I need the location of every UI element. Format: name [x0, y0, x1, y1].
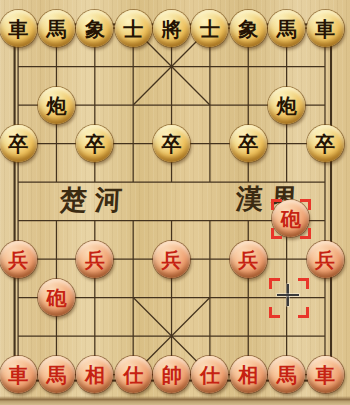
piece-red-soldier[interactable]: 兵 [230, 241, 267, 278]
marker-corner [269, 278, 280, 289]
piece-black-soldier[interactable]: 卒 [153, 125, 190, 162]
piece-glyph: 兵 [238, 249, 258, 270]
piece-glyph: 炮 [47, 95, 67, 116]
piece-red-horse[interactable]: 馬 [268, 356, 305, 393]
piece-glyph: 馬 [47, 364, 67, 385]
piece-glyph: 士 [200, 18, 220, 39]
piece-black-advisor[interactable]: 士 [191, 10, 228, 47]
piece-black-soldier[interactable]: 卒 [76, 125, 113, 162]
piece-black-chariot[interactable]: 車 [307, 10, 344, 47]
piece-black-elephant[interactable]: 象 [76, 10, 113, 47]
piece-black-soldier[interactable]: 卒 [307, 125, 344, 162]
board: 車馬象士將士象馬車炮炮卒卒卒卒卒砲兵兵兵兵兵砲車馬相仕帥仕相馬車 [0, 9, 344, 394]
piece-glyph: 士 [123, 18, 143, 39]
piece-black-advisor[interactable]: 士 [115, 10, 152, 47]
piece-red-soldier[interactable]: 兵 [307, 241, 344, 278]
piece-glyph: 卒 [162, 133, 182, 154]
piece-glyph: 車 [315, 18, 335, 39]
piece-black-elephant[interactable]: 象 [230, 10, 267, 47]
move-origin-marker [269, 278, 309, 318]
piece-red-cannon[interactable]: 砲 [272, 200, 309, 237]
piece-glyph: 象 [238, 18, 258, 39]
piece-black-cannon[interactable]: 炮 [38, 87, 75, 124]
piece-black-horse[interactable]: 馬 [38, 10, 75, 47]
piece-glyph: 馬 [277, 364, 297, 385]
xiangqi-board-screen: 楚河 漢界 車馬象士將士象馬車炮炮卒卒卒卒卒砲兵兵兵兵兵砲車馬相仕帥仕相馬車 [0, 0, 350, 405]
marker-corner [269, 307, 280, 318]
piece-glyph: 卒 [8, 133, 28, 154]
piece-black-cannon[interactable]: 炮 [268, 87, 305, 124]
piece-red-chariot[interactable]: 車 [0, 356, 37, 393]
piece-glyph: 卒 [85, 133, 105, 154]
piece-black-chariot[interactable]: 車 [0, 10, 37, 47]
piece-glyph: 相 [85, 364, 105, 385]
piece-glyph: 象 [85, 18, 105, 39]
piece-black-soldier[interactable]: 卒 [0, 125, 37, 162]
piece-red-chariot[interactable]: 車 [307, 356, 344, 393]
piece-glyph: 車 [8, 18, 28, 39]
piece-red-advisor[interactable]: 仕 [115, 356, 152, 393]
marker-corner [298, 307, 309, 318]
marker-corner [298, 278, 309, 289]
piece-glyph: 帥 [162, 364, 182, 385]
piece-glyph: 馬 [47, 18, 67, 39]
piece-red-soldier[interactable]: 兵 [153, 241, 190, 278]
piece-red-elephant[interactable]: 相 [76, 356, 113, 393]
piece-glyph: 砲 [47, 287, 67, 308]
piece-red-soldier[interactable]: 兵 [0, 241, 37, 278]
piece-glyph: 兵 [162, 249, 182, 270]
piece-red-elephant[interactable]: 相 [230, 356, 267, 393]
piece-black-general[interactable]: 將 [153, 10, 190, 47]
piece-glyph: 兵 [8, 249, 28, 270]
piece-glyph: 相 [238, 364, 258, 385]
piece-glyph: 仕 [123, 364, 143, 385]
piece-glyph: 炮 [277, 95, 297, 116]
piece-glyph: 兵 [315, 249, 335, 270]
piece-glyph: 車 [315, 364, 335, 385]
piece-red-soldier[interactable]: 兵 [76, 241, 113, 278]
piece-glyph: 馬 [277, 18, 297, 39]
piece-glyph: 卒 [315, 133, 335, 154]
table-edge [0, 396, 350, 405]
piece-black-soldier[interactable]: 卒 [230, 125, 267, 162]
piece-red-advisor[interactable]: 仕 [191, 356, 228, 393]
piece-glyph: 將 [162, 18, 182, 39]
piece-glyph: 砲 [281, 208, 301, 229]
piece-glyph: 仕 [200, 364, 220, 385]
piece-glyph: 卒 [238, 133, 258, 154]
piece-glyph: 車 [8, 364, 28, 385]
piece-black-horse[interactable]: 馬 [268, 10, 305, 47]
piece-glyph: 兵 [85, 249, 105, 270]
piece-red-horse[interactable]: 馬 [38, 356, 75, 393]
piece-red-general[interactable]: 帥 [153, 356, 190, 393]
piece-red-cannon[interactable]: 砲 [38, 279, 75, 316]
